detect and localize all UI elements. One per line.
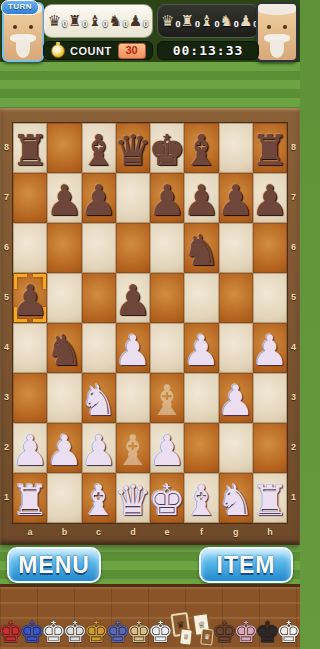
captured-black-pawn: ♟0 xyxy=(129,14,148,29)
captured-white-bishop: ♝0 xyxy=(200,14,219,29)
rook-icon: ♜ xyxy=(68,14,81,29)
card-back: ♕ xyxy=(179,628,193,645)
timer-panel: 00:13:33 xyxy=(157,41,259,60)
file-label-g: g xyxy=(230,527,242,537)
file-label-b: b xyxy=(58,527,70,537)
rank-label-right-3: 3 xyxy=(288,392,300,402)
square-g5[interactable] xyxy=(219,273,253,323)
count-label: COUNT xyxy=(70,45,112,57)
rank-label-left-6: 6 xyxy=(1,242,13,252)
pawn-icon: ♟ xyxy=(239,14,252,29)
capture-count: 0 xyxy=(123,19,128,29)
square-g6[interactable] xyxy=(219,223,253,273)
bishop-icon: ♝ xyxy=(200,14,213,29)
square-b6[interactable] xyxy=(47,223,81,273)
avatar-eye xyxy=(267,25,271,29)
captured-black-rook: ♜0 xyxy=(68,14,87,29)
item-tray-panel: ♚♚♚♚♚♚♚♚♛♕♕♛♚♚♚♚ xyxy=(0,584,300,649)
capture-count: 0 xyxy=(82,19,87,29)
captured-white-queen: ♛0 xyxy=(161,14,180,29)
capture-count: 0 xyxy=(143,19,148,29)
rank-label-right-5: 5 xyxy=(288,292,300,302)
rook-icon: ♜ xyxy=(180,14,193,29)
piece-white-r-h1[interactable]: ♜ xyxy=(249,458,291,522)
captured-white-rook: ♜0 xyxy=(180,14,199,29)
white-classic-king-icon: ♚ xyxy=(147,618,173,647)
file-label-d: d xyxy=(127,527,139,537)
item-button[interactable]: ITEM xyxy=(199,547,293,583)
file-label-h: h xyxy=(264,527,276,537)
captured-white-knight: ♞0 xyxy=(219,14,238,29)
rank-label-right-6: 6 xyxy=(288,242,300,252)
piece-white-r-a1[interactable]: ♜ xyxy=(9,458,51,522)
piece-white-p-g3[interactable]: ♟ xyxy=(215,358,257,422)
avatar-hair xyxy=(258,4,296,15)
file-label-c: c xyxy=(93,527,105,537)
avatar-beard xyxy=(16,40,30,58)
ivory-king-icon: ♚ xyxy=(276,618,300,647)
player-avatar xyxy=(256,2,298,62)
rank-label-left-7: 7 xyxy=(1,192,13,202)
piece-set-items: ♚♚♚♚♚♚♚♚♛♕♕♛♚♚♚♚ xyxy=(0,589,300,649)
item-white-classic-king[interactable]: ♚ xyxy=(150,589,171,647)
captured-white-pieces-tray: ♛0♜0♝0♞0♟0 xyxy=(157,4,259,38)
file-label-f: f xyxy=(195,527,207,537)
item-ivory-king[interactable]: ♚ xyxy=(278,589,299,647)
grass-strip-top xyxy=(0,62,300,112)
turn-badge: TURN xyxy=(1,0,39,15)
square-c6[interactable] xyxy=(82,223,116,273)
piece-black-p-c7[interactable]: ♟ xyxy=(78,158,120,222)
queen-icon: ♛ xyxy=(48,14,61,29)
avatar-eye xyxy=(29,25,33,29)
knight-icon: ♞ xyxy=(108,14,121,29)
top-hud: TURN ♛0♜0♝0♞0♟0 ♛0♜0♝0♞0♟0 COUNT 30 00:1… xyxy=(0,0,300,62)
stopwatch-icon xyxy=(51,44,65,58)
square-a4[interactable] xyxy=(13,323,47,373)
rank-label-left-3: 3 xyxy=(1,392,13,402)
knight-icon: ♞ xyxy=(219,14,232,29)
chess-board: ♜♝♛♚♝♜♟♟♟♟♟♟♞♟♟♞♟♟♟♞♟♟♟♟♟♜♝♛♚♝♞♜♝♝ xyxy=(13,123,287,523)
rank-label-left-4: 4 xyxy=(1,342,13,352)
game-timer: 00:13:33 xyxy=(173,43,244,58)
piece-black-n-f6[interactable]: ♞ xyxy=(180,208,222,272)
square-a7[interactable] xyxy=(13,173,47,223)
count-value: 30 xyxy=(118,43,146,59)
captured-black-pieces-tray: ♛0♜0♝0♞0♟0 xyxy=(43,4,153,38)
avatar-eye xyxy=(283,25,287,29)
captured-black-knight: ♞0 xyxy=(108,14,127,29)
piece-black-p-h7[interactable]: ♟ xyxy=(249,158,291,222)
avatar-eye xyxy=(13,25,17,29)
capture-count: 0 xyxy=(103,19,108,29)
captured-black-queen: ♛0 xyxy=(48,14,67,29)
square-b1[interactable] xyxy=(47,473,81,523)
crown-card-set-icon: ♕♛ xyxy=(193,613,213,647)
pawn-icon: ♟ xyxy=(129,14,142,29)
queen-card-set-icon: ♛♕ xyxy=(172,613,192,647)
move-count-panel: COUNT 30 xyxy=(43,41,153,60)
item-queen-card-set[interactable]: ♛♕ xyxy=(171,589,192,647)
captured-black-bishop: ♝0 xyxy=(88,14,107,29)
board-frame: ♜♝♛♚♝♜♟♟♟♟♟♟♞♟♟♞♟♟♟♞♟♟♟♟♟♜♝♛♚♝♞♜♝♝ 88776… xyxy=(0,108,300,545)
square-d7[interactable] xyxy=(116,173,150,223)
bishop-icon: ♝ xyxy=(88,14,101,29)
capture-count: 0 xyxy=(62,19,67,29)
file-label-a: a xyxy=(24,527,36,537)
menu-button[interactable]: MENU xyxy=(7,547,101,583)
rank-label-right-2: 2 xyxy=(288,442,300,452)
square-c5[interactable] xyxy=(82,273,116,323)
avatar-beard xyxy=(270,40,284,58)
square-e6[interactable] xyxy=(150,223,184,273)
square-e5[interactable] xyxy=(150,273,184,323)
queen-icon: ♛ xyxy=(161,14,174,29)
file-label-e: e xyxy=(161,527,173,537)
square-h6[interactable] xyxy=(253,223,287,273)
square-h3[interactable] xyxy=(253,373,287,423)
square-f3[interactable] xyxy=(184,373,218,423)
